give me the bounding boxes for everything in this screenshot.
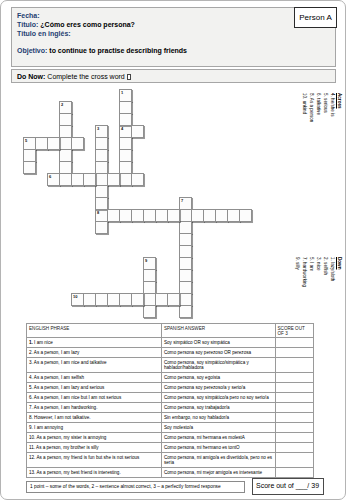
crossword-clue-number: 6 <box>49 175 51 179</box>
titulo-value: ¿Cómo eres como persona? <box>40 21 135 28</box>
english-phrase-cell: 2. As a person, I am lazy <box>27 348 162 358</box>
header-spacer <box>17 38 330 46</box>
score-box[interactable]: Score out of ___/ 39 <box>252 478 324 495</box>
row-number: 11. <box>29 445 36 450</box>
crossword-clue-number: 4 <box>121 127 123 131</box>
spanish-answer-cell: Soy molesto/a <box>162 423 276 433</box>
crossword-clue-number: 5 <box>25 139 27 143</box>
table-header-row: ENGLISH PHRASESPANISH ANSWERSCORE OUT OF… <box>27 324 314 338</box>
spanish-answer-cell: Como persona, mi hermano es tontO <box>162 443 276 453</box>
across-clue: 8. As a person <box>308 93 315 223</box>
english-phrase-cell: 8. However, I am not talkative. <box>27 413 162 423</box>
row-number: 7. <box>29 405 34 410</box>
crossword-cell[interactable] <box>167 209 180 222</box>
spanish-answer-cell: Como persona, soy simpático/simpática y … <box>162 358 276 373</box>
crossword-cell[interactable] <box>107 173 120 186</box>
score-entry-cell[interactable] <box>275 453 314 468</box>
across-clue: 6. talkative <box>315 93 322 223</box>
table-row: 12. As a person, my friend is fun but sh… <box>27 453 314 468</box>
crossword-cell[interactable] <box>239 209 252 222</box>
english-phrase-cell: 7. As a person, I am hardworking. <box>27 403 162 413</box>
across-clue: 4. he/she is <box>329 93 336 223</box>
table-row: 5. As a person, I am lazy and seriousCom… <box>27 383 314 393</box>
row-number: 3. <box>29 360 34 365</box>
spanish-answer-cell: Como persona soy perezoso/a y serio/a <box>162 383 276 393</box>
down-clue: 2. selfish <box>322 257 329 367</box>
table-column-header: ENGLISH PHRASE <box>27 324 162 338</box>
person-badge-label: Person A <box>299 13 331 22</box>
table-row: 11. As a person, my brother is sillyComo… <box>27 443 314 453</box>
objetivo-label: Objetivo: <box>17 47 47 54</box>
table-row: 3. As a person, I am nice and talkativeC… <box>27 358 314 373</box>
english-phrase-cell: 13. As a person, my best friend is inter… <box>27 468 162 478</box>
spanish-answer-cell: Soy simpático OR soy simpática <box>162 338 276 348</box>
score-entry-cell[interactable] <box>275 338 314 348</box>
crossword-clue-number: 10 <box>73 295 77 299</box>
crossword-cell[interactable] <box>23 161 36 174</box>
crossword-clue-number: 3 <box>97 127 99 131</box>
clues-across-list: Across4. he/she is5. serious6. talkative… <box>298 93 343 223</box>
do-now-box: Do Now: Complete the cross word <box>11 69 336 83</box>
crossword-cell[interactable] <box>131 173 144 186</box>
spanish-answer-cell: Como persona, mi amigo/a es divertido/a,… <box>162 453 276 468</box>
header-box: Fecha: Título: ¿Cómo eres como persona? … <box>11 7 336 67</box>
crossword-clue-number: 8 <box>97 211 99 215</box>
score-entry-cell[interactable] <box>275 373 314 383</box>
row-number: 5. <box>29 385 34 390</box>
spanish-answer-cell: Sin embargo, no soy hablador/a <box>162 413 276 423</box>
english-phrase-cell: 3. As a person, I am nice and talkative <box>27 358 162 373</box>
crossword-cell[interactable] <box>131 293 144 306</box>
table-row: 9. I am annoyingSoy molesto/a <box>27 423 314 433</box>
table-column-header: SCORE OUT OF 3 <box>275 324 314 338</box>
score-entry-cell[interactable] <box>275 443 314 453</box>
crossword-cell[interactable] <box>131 125 144 138</box>
spanish-answer-cell: Como persona, soy trabajador/a <box>162 403 276 413</box>
crossword-cell[interactable] <box>71 137 84 150</box>
empty-box-glyph-icon <box>127 74 131 80</box>
crossword-clue-number: 2 <box>61 103 63 107</box>
english-phrase-cell: 5. As a person, I am lazy and serious <box>27 383 162 393</box>
phrase-table: ENGLISH PHRASESPANISH ANSWERSCORE OUT OF… <box>26 323 314 478</box>
english-phrase-cell: 4. As a person, I am selfish <box>27 373 162 383</box>
score-entry-cell[interactable] <box>275 413 314 423</box>
down-clue: 1. lazy/sloth <box>329 257 336 367</box>
table-row: 1. I am niceSoy simpático OR soy simpáti… <box>27 338 314 348</box>
table-row: 13. As a person, my best friend is inter… <box>27 468 314 478</box>
row-number: 13. <box>29 470 36 475</box>
row-number: 12. <box>29 455 36 460</box>
objetivo-value: to continue to practise describing frien… <box>49 47 187 54</box>
score-entry-cell[interactable] <box>275 358 314 373</box>
table-row: 6. As a person, I am nice but I am not s… <box>27 393 314 403</box>
crossword-cell[interactable] <box>167 293 180 306</box>
table-row: 10. As a person, my sister is annoyingCo… <box>27 433 314 443</box>
english-phrase-cell: 12. As a person, my friend is fun but sh… <box>27 453 162 468</box>
titulo-label: Título: <box>17 21 38 28</box>
crossword-cell[interactable] <box>47 137 60 150</box>
score-entry-cell[interactable] <box>275 383 314 393</box>
row-number: 6. <box>29 395 34 400</box>
crossword-clue-number: 1 <box>121 91 123 95</box>
crossword-cell[interactable] <box>179 305 192 318</box>
spanish-answer-cell: Como persona, mi hermana es molestA <box>162 433 276 443</box>
down-title: Down <box>336 257 343 367</box>
across-title: Across <box>336 93 343 223</box>
marking-criteria-box: 1 point – some of the words, 2 – sentenc… <box>26 481 245 493</box>
table-row: 7. As a person, I am hardworking.Como pe… <box>27 403 314 413</box>
person-badge: Person A <box>294 7 337 28</box>
row-number: 10. <box>29 435 36 440</box>
score-entry-cell[interactable] <box>275 433 314 443</box>
score-entry-cell[interactable] <box>275 403 314 413</box>
across-clue: 10. unkind <box>301 93 308 223</box>
english-phrase-cell: 9. I am annoying <box>27 423 162 433</box>
score-label: Score out of ___/ 39 <box>256 482 319 489</box>
spanish-answer-cell: Como persona, soy simpático/a pero no so… <box>162 393 276 403</box>
fecha-line: Fecha: <box>17 11 330 20</box>
english-phrase-cell: 11. As a person, my brother is silly <box>27 443 162 453</box>
crossword-clue-number: 9 <box>145 259 147 263</box>
do-now-text: Complete the cross word <box>47 73 124 80</box>
row-number: 1. <box>29 340 34 345</box>
table-row: 8. However, I am not talkative.Sin embar… <box>27 413 314 423</box>
worksheet-page: { "game": "crossword", "position": { "gr… <box>0 0 346 500</box>
crossword-cell[interactable] <box>83 173 96 186</box>
row-number: 4. <box>29 375 34 380</box>
score-entry-cell[interactable] <box>275 423 314 433</box>
row-number: 8. <box>29 415 34 420</box>
objetivo-line: Objetivo: to continue to practise descri… <box>17 46 330 55</box>
crossword-grid[interactable]: 12345678910 <box>23 89 253 319</box>
do-now-label: Do Now: <box>17 73 45 80</box>
across-clue: 5. serious <box>322 93 329 223</box>
titulo-ingles-label: Título en inglés: <box>17 30 71 37</box>
spanish-answer-cell: Como persona soy perezoso OR perezosa <box>162 348 276 358</box>
table-column-header: SPANISH ANSWER <box>162 324 276 338</box>
table-row: 4. As a person, I am selfishComo persona… <box>27 373 314 383</box>
titulo-line: Título: ¿Cómo eres como persona? <box>17 20 330 29</box>
titulo-ingles-line: Título en inglés: <box>17 29 330 38</box>
row-number: 9. <box>29 425 34 430</box>
score-entry-cell[interactable] <box>275 468 314 478</box>
score-entry-cell[interactable] <box>275 393 314 403</box>
crossword-cell[interactable] <box>143 305 156 318</box>
fecha-label: Fecha: <box>17 12 40 19</box>
down-clue: 3. nice <box>315 257 322 367</box>
english-phrase-cell: 6. As a person, I am nice but I am not s… <box>27 393 162 403</box>
table-row: 2. As a person, I am lazyComo persona so… <box>27 348 314 358</box>
spanish-answer-cell: Como persona, soy egoísta <box>162 373 276 383</box>
english-phrase-cell: 1. I am nice <box>27 338 162 348</box>
row-number: 2. <box>29 350 34 355</box>
english-phrase-cell: 10. As a person, my sister is annoying <box>27 433 162 443</box>
score-entry-cell[interactable] <box>275 348 314 358</box>
crossword-cell[interactable] <box>95 221 108 234</box>
crossword-clue-number: 7 <box>181 199 183 203</box>
spanish-answer-cell: Como persona, mi mejor amigo/a es intere… <box>162 468 276 478</box>
marking-criteria-text: 1 point – some of the words, 2 – sentenc… <box>30 484 221 489</box>
